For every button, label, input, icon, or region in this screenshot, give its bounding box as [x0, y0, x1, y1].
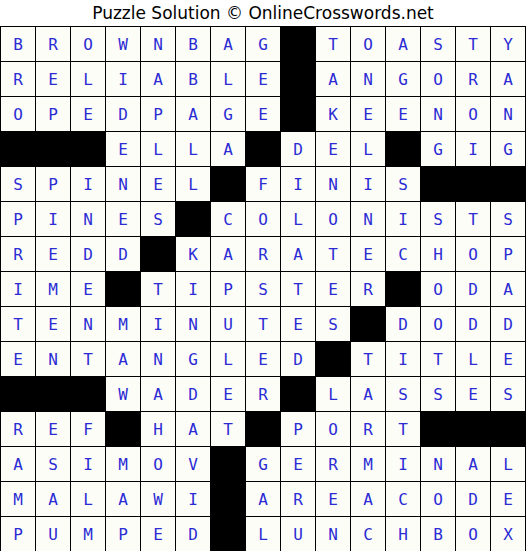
letter-cell-r1c8: G	[246, 27, 281, 62]
letter-cell-r10c11: T	[351, 342, 386, 377]
letter-cell-r3c14: O	[456, 97, 491, 132]
letter-cell-r11c7: E	[211, 377, 246, 412]
letter-cell-r6c12: I	[386, 202, 421, 237]
letter-cell-r2c5: A	[141, 62, 176, 97]
letter-cell-r7c8: R	[246, 237, 281, 272]
letter-cell-r12c11: R	[351, 412, 386, 447]
letter-cell-r8c6: I	[176, 272, 211, 307]
letter-cell-r3c11: E	[351, 97, 386, 132]
letter-cell-r14c5: W	[141, 482, 176, 517]
block-cell-r12c14	[456, 412, 491, 447]
block-cell-r11c3	[71, 377, 106, 412]
letter-cell-r13c10: R	[316, 447, 351, 482]
letter-cell-r4c11: L	[351, 132, 386, 167]
letter-cell-r2c6: B	[176, 62, 211, 97]
letter-cell-r10c14: L	[456, 342, 491, 377]
letter-cell-r13c3: I	[71, 447, 106, 482]
letter-cell-r4c6: L	[176, 132, 211, 167]
letter-cell-r11c14: E	[456, 377, 491, 412]
letter-cell-r15c9: U	[281, 517, 316, 551]
letter-cell-r1c6: B	[176, 27, 211, 62]
block-cell-r8c4	[106, 272, 141, 307]
letter-cell-r3c10: K	[316, 97, 351, 132]
letter-cell-r7c11: E	[351, 237, 386, 272]
letter-cell-r10c13: T	[421, 342, 456, 377]
letter-cell-r1c13: S	[421, 27, 456, 62]
letter-cell-r3c5: P	[141, 97, 176, 132]
letter-cell-r13c4: M	[106, 447, 141, 482]
block-cell-r5c14	[456, 167, 491, 202]
letter-cell-r8c9: T	[281, 272, 316, 307]
letter-cell-r13c5: O	[141, 447, 176, 482]
letter-cell-r8c11: R	[351, 272, 386, 307]
letter-cell-r13c15: L	[491, 447, 526, 482]
block-cell-r8c12	[386, 272, 421, 307]
letter-cell-r15c15: X	[491, 517, 526, 551]
letter-cell-r2c7: L	[211, 62, 246, 97]
letter-cell-r4c4: E	[106, 132, 141, 167]
letter-cell-r14c1: M	[1, 482, 36, 517]
letter-cell-r8c13: O	[421, 272, 456, 307]
letter-cell-r2c13: O	[421, 62, 456, 97]
letter-cell-r14c6: I	[176, 482, 211, 517]
letter-cell-r1c12: A	[386, 27, 421, 62]
letter-cell-r1c11: O	[351, 27, 386, 62]
letter-cell-r15c6: D	[176, 517, 211, 551]
letter-cell-r5c9: I	[281, 167, 316, 202]
letter-cell-r1c10: T	[316, 27, 351, 62]
block-cell-r14c7	[211, 482, 246, 517]
letter-cell-r6c5: S	[141, 202, 176, 237]
block-cell-r11c1	[1, 377, 36, 412]
letter-cell-r8c7: P	[211, 272, 246, 307]
letter-cell-r7c10: T	[316, 237, 351, 272]
letter-cell-r11c8: R	[246, 377, 281, 412]
letter-cell-r6c8: O	[246, 202, 281, 237]
letter-cell-r1c4: W	[106, 27, 141, 62]
letter-cell-r7c3: D	[71, 237, 106, 272]
letter-cell-r9c6: N	[176, 307, 211, 342]
letter-cell-r12c2: E	[36, 412, 71, 447]
block-cell-r4c12	[386, 132, 421, 167]
letter-cell-r7c9: A	[281, 237, 316, 272]
letter-cell-r4c10: E	[316, 132, 351, 167]
block-cell-r12c13	[421, 412, 456, 447]
letter-cell-r7c4: D	[106, 237, 141, 272]
letter-cell-r6c9: L	[281, 202, 316, 237]
letter-cell-r3c4: D	[106, 97, 141, 132]
letter-cell-r4c14: I	[456, 132, 491, 167]
letter-cell-r3c8: E	[246, 97, 281, 132]
letter-cell-r9c2: E	[36, 307, 71, 342]
block-cell-r4c3	[71, 132, 106, 167]
letter-cell-r12c5: H	[141, 412, 176, 447]
letter-cell-r13c2: S	[36, 447, 71, 482]
letter-cell-r1c1: B	[1, 27, 36, 62]
block-cell-r4c8	[246, 132, 281, 167]
letter-cell-r14c10: E	[316, 482, 351, 517]
letter-cell-r1c7: A	[211, 27, 246, 62]
letter-cell-r11c13: S	[421, 377, 456, 412]
letter-cell-r2c15: A	[491, 62, 526, 97]
block-cell-r6c6	[176, 202, 211, 237]
letter-cell-r7c15: P	[491, 237, 526, 272]
letter-cell-r5c6: L	[176, 167, 211, 202]
letter-cell-r15c4: P	[106, 517, 141, 551]
letter-cell-r3c3: E	[71, 97, 106, 132]
letter-cell-r14c13: O	[421, 482, 456, 517]
letter-cell-r5c1: S	[1, 167, 36, 202]
block-cell-r4c1	[1, 132, 36, 167]
letter-cell-r2c4: I	[106, 62, 141, 97]
block-cell-r10c10	[316, 342, 351, 377]
letter-cell-r9c14: D	[456, 307, 491, 342]
letter-cell-r13c1: A	[1, 447, 36, 482]
letter-cell-r2c10: A	[316, 62, 351, 97]
letter-cell-r13c8: G	[246, 447, 281, 482]
letter-cell-r7c13: H	[421, 237, 456, 272]
letter-cell-r14c4: A	[106, 482, 141, 517]
letter-cell-r7c1: R	[1, 237, 36, 272]
letter-cell-r8c15: A	[491, 272, 526, 307]
letter-cell-r8c10: E	[316, 272, 351, 307]
letter-cell-r2c3: L	[71, 62, 106, 97]
block-cell-r3c9	[281, 97, 316, 132]
letter-cell-r3c7: G	[211, 97, 246, 132]
letter-cell-r3c13: N	[421, 97, 456, 132]
letter-cell-r12c7: T	[211, 412, 246, 447]
letter-cell-r1c5: N	[141, 27, 176, 62]
letter-cell-r5c4: N	[106, 167, 141, 202]
letter-cell-r13c6: V	[176, 447, 211, 482]
letter-cell-r1c14: T	[456, 27, 491, 62]
letter-cell-r15c1: P	[1, 517, 36, 551]
letter-cell-r15c10: N	[316, 517, 351, 551]
block-cell-r1c9	[281, 27, 316, 62]
letter-cell-r3c12: E	[386, 97, 421, 132]
letter-cell-r10c2: N	[36, 342, 71, 377]
letter-cell-r7c12: C	[386, 237, 421, 272]
letter-cell-r4c5: L	[141, 132, 176, 167]
letter-cell-r5c3: I	[71, 167, 106, 202]
block-cell-r7c5	[141, 237, 176, 272]
letter-cell-r11c12: S	[386, 377, 421, 412]
block-cell-r12c4	[106, 412, 141, 447]
block-cell-r5c7	[211, 167, 246, 202]
letter-cell-r9c1: T	[1, 307, 36, 342]
letter-cell-r9c12: D	[386, 307, 421, 342]
letter-cell-r4c15: G	[491, 132, 526, 167]
letter-cell-r10c6: G	[176, 342, 211, 377]
letter-cell-r2c8: E	[246, 62, 281, 97]
letter-cell-r9c9: E	[281, 307, 316, 342]
letter-cell-r6c4: E	[106, 202, 141, 237]
letter-cell-r9c7: U	[211, 307, 246, 342]
letter-cell-r14c9: R	[281, 482, 316, 517]
letter-cell-r5c10: N	[316, 167, 351, 202]
letter-cell-r5c2: P	[36, 167, 71, 202]
letter-cell-r12c6: A	[176, 412, 211, 447]
block-cell-r12c8	[246, 412, 281, 447]
letter-cell-r10c3: T	[71, 342, 106, 377]
letter-cell-r8c1: I	[1, 272, 36, 307]
letter-cell-r11c10: L	[316, 377, 351, 412]
letter-cell-r5c11: I	[351, 167, 386, 202]
letter-cell-r15c12: H	[386, 517, 421, 551]
letter-cell-r15c5: E	[141, 517, 176, 551]
letter-cell-r4c7: A	[211, 132, 246, 167]
letter-cell-r8c8: S	[246, 272, 281, 307]
letter-cell-r4c13: G	[421, 132, 456, 167]
letter-cell-r8c5: T	[141, 272, 176, 307]
letter-cell-r5c12: S	[386, 167, 421, 202]
block-cell-r11c9	[281, 377, 316, 412]
letter-cell-r10c9: D	[281, 342, 316, 377]
letter-cell-r10c15: E	[491, 342, 526, 377]
letter-cell-r6c10: O	[316, 202, 351, 237]
letter-cell-r13c13: N	[421, 447, 456, 482]
block-cell-r13c7	[211, 447, 246, 482]
letter-cell-r6c13: S	[421, 202, 456, 237]
letter-cell-r10c8: E	[246, 342, 281, 377]
block-cell-r11c2	[36, 377, 71, 412]
letter-cell-r3c1: O	[1, 97, 36, 132]
letter-cell-r6c11: N	[351, 202, 386, 237]
letter-cell-r4c9: D	[281, 132, 316, 167]
letter-cell-r12c9: P	[281, 412, 316, 447]
letter-cell-r11c4: W	[106, 377, 141, 412]
letter-cell-r3c2: P	[36, 97, 71, 132]
letter-cell-r8c3: E	[71, 272, 106, 307]
letter-cell-r11c15: S	[491, 377, 526, 412]
letter-cell-r14c14: D	[456, 482, 491, 517]
letter-cell-r7c2: E	[36, 237, 71, 272]
letter-cell-r15c11: C	[351, 517, 386, 551]
letter-cell-r2c11: N	[351, 62, 386, 97]
letter-cell-r9c10: S	[316, 307, 351, 342]
letter-cell-r9c13: O	[421, 307, 456, 342]
letter-cell-r6c14: T	[456, 202, 491, 237]
letter-cell-r9c5: I	[141, 307, 176, 342]
letter-cell-r2c2: E	[36, 62, 71, 97]
letter-cell-r12c10: O	[316, 412, 351, 447]
letter-cell-r6c2: I	[36, 202, 71, 237]
block-cell-r2c9	[281, 62, 316, 97]
letter-cell-r11c11: A	[351, 377, 386, 412]
letter-cell-r9c3: N	[71, 307, 106, 342]
block-cell-r5c15	[491, 167, 526, 202]
letter-cell-r13c12: I	[386, 447, 421, 482]
letter-cell-r8c2: M	[36, 272, 71, 307]
letter-cell-r13c14: A	[456, 447, 491, 482]
letter-cell-r3c6: A	[176, 97, 211, 132]
letter-cell-r7c7: A	[211, 237, 246, 272]
letter-cell-r14c3: L	[71, 482, 106, 517]
letter-cell-r10c7: L	[211, 342, 246, 377]
letter-cell-r9c4: M	[106, 307, 141, 342]
letter-cell-r5c5: E	[141, 167, 176, 202]
page-title: Puzzle Solution © OnlineCrosswords.net	[0, 0, 526, 26]
letter-cell-r15c3: M	[71, 517, 106, 551]
letter-cell-r2c12: G	[386, 62, 421, 97]
letter-cell-r15c2: U	[36, 517, 71, 551]
letter-cell-r7c14: O	[456, 237, 491, 272]
letter-cell-r15c14: O	[456, 517, 491, 551]
letter-cell-r1c3: O	[71, 27, 106, 62]
letter-cell-r12c3: F	[71, 412, 106, 447]
letter-cell-r10c12: I	[386, 342, 421, 377]
letter-cell-r14c15: E	[491, 482, 526, 517]
block-cell-r9c11	[351, 307, 386, 342]
letter-cell-r3c15: N	[491, 97, 526, 132]
crossword-solution-grid: BROWNBAGTOASTYRELIABLEANGORAOPEDPAGEKEEN…	[0, 26, 526, 551]
letter-cell-r15c13: B	[421, 517, 456, 551]
letter-cell-r6c7: C	[211, 202, 246, 237]
block-cell-r15c7	[211, 517, 246, 551]
letter-cell-r12c1: R	[1, 412, 36, 447]
letter-cell-r1c2: R	[36, 27, 71, 62]
letter-cell-r14c8: A	[246, 482, 281, 517]
letter-cell-r10c5: N	[141, 342, 176, 377]
letter-cell-r14c2: A	[36, 482, 71, 517]
block-cell-r12c15	[491, 412, 526, 447]
letter-cell-r15c8: L	[246, 517, 281, 551]
letter-cell-r5c8: F	[246, 167, 281, 202]
letter-cell-r6c1: P	[1, 202, 36, 237]
letter-cell-r14c11: A	[351, 482, 386, 517]
block-cell-r4c2	[36, 132, 71, 167]
letter-cell-r11c5: A	[141, 377, 176, 412]
block-cell-r5c13	[421, 167, 456, 202]
letter-cell-r6c15: S	[491, 202, 526, 237]
letter-cell-r2c14: R	[456, 62, 491, 97]
letter-cell-r10c4: A	[106, 342, 141, 377]
letter-cell-r8c14: D	[456, 272, 491, 307]
letter-cell-r7c6: K	[176, 237, 211, 272]
letter-cell-r10c1: E	[1, 342, 36, 377]
letter-cell-r11c6: D	[176, 377, 211, 412]
letter-cell-r2c1: R	[1, 62, 36, 97]
letter-cell-r9c15: D	[491, 307, 526, 342]
letter-cell-r12c12: T	[386, 412, 421, 447]
letter-cell-r6c3: N	[71, 202, 106, 237]
letter-cell-r14c12: C	[386, 482, 421, 517]
letter-cell-r13c11: M	[351, 447, 386, 482]
letter-cell-r9c8: T	[246, 307, 281, 342]
letter-cell-r13c9: E	[281, 447, 316, 482]
letter-cell-r1c15: Y	[491, 27, 526, 62]
